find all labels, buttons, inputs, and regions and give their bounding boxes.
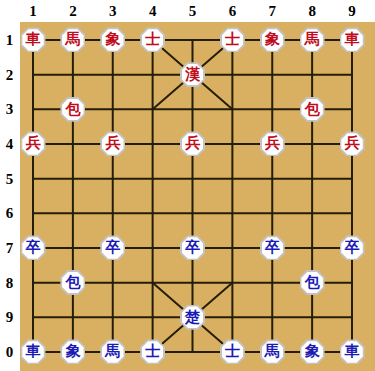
piece-cho-cannon[interactable]: 包 (300, 270, 325, 295)
piece-body: 象 (62, 341, 84, 363)
piece-cho-chariot[interactable]: 車 (340, 339, 365, 364)
piece-cho-soldier[interactable]: 卒 (340, 235, 365, 260)
piece-character: 士 (225, 32, 240, 47)
piece-character: 楚 (185, 310, 200, 325)
piece-han-soldier[interactable]: 兵 (340, 131, 365, 156)
file-label-5: 5 (189, 1, 197, 21)
file-label-1: 1 (29, 1, 37, 21)
piece-han-horse[interactable]: 馬 (60, 27, 85, 52)
piece-character: 卒 (26, 240, 41, 255)
piece-character: 兵 (265, 136, 280, 151)
piece-cho-cannon[interactable]: 包 (60, 270, 85, 295)
piece-cho-elephant[interactable]: 象 (60, 339, 85, 364)
piece-han-guard[interactable]: 士 (140, 27, 165, 52)
piece-character: 車 (345, 32, 360, 47)
file-label-9: 9 (348, 1, 356, 21)
piece-character: 象 (105, 32, 120, 47)
piece-character: 卒 (345, 240, 360, 255)
piece-cho-soldier[interactable]: 卒 (180, 235, 205, 260)
file-label-2: 2 (69, 1, 77, 21)
piece-body: 卒 (102, 237, 124, 259)
piece-body: 卒 (22, 237, 44, 259)
piece-body: 包 (62, 99, 84, 121)
piece-character: 象 (65, 344, 80, 359)
file-label-8: 8 (308, 1, 316, 21)
piece-cho-horse[interactable]: 馬 (260, 339, 285, 364)
piece-character: 士 (225, 344, 240, 359)
piece-body: 士 (222, 29, 244, 51)
piece-body: 卒 (262, 237, 284, 259)
piece-body: 車 (22, 341, 44, 363)
piece-body: 馬 (62, 29, 84, 51)
piece-body: 卒 (182, 237, 204, 259)
piece-han-cannon[interactable]: 包 (60, 97, 85, 122)
piece-character: 士 (145, 32, 160, 47)
janggi-board[interactable]: 車馬象士士象馬車漢包包兵兵兵兵兵卒卒卒卒卒包包楚車象馬士士馬象車 (20, 22, 375, 371)
piece-body: 象 (102, 29, 124, 51)
board-grid: 車馬象士士象馬車漢包包兵兵兵兵兵卒卒卒卒卒包包楚車象馬士士馬象車 (13, 23, 372, 370)
piece-body: 包 (301, 99, 323, 121)
piece-han-chariot[interactable]: 車 (21, 27, 46, 52)
piece-body: 兵 (262, 133, 284, 155)
piece-cho-horse[interactable]: 馬 (100, 339, 125, 364)
piece-character: 車 (26, 344, 41, 359)
piece-cho-guard[interactable]: 士 (220, 339, 245, 364)
piece-body: 楚 (182, 306, 204, 328)
piece-character: 馬 (305, 32, 320, 47)
janggi-screenshot: 123456789 1234567890 車馬象士士象馬車漢包包兵兵兵兵兵卒卒卒… (0, 0, 375, 371)
piece-body: 士 (142, 29, 164, 51)
piece-body: 兵 (102, 133, 124, 155)
piece-cho-general[interactable]: 楚 (180, 305, 205, 330)
piece-body: 兵 (341, 133, 363, 155)
piece-cho-guard[interactable]: 士 (140, 339, 165, 364)
piece-character: 車 (345, 344, 360, 359)
piece-han-soldier[interactable]: 兵 (21, 131, 46, 156)
piece-han-chariot[interactable]: 車 (340, 27, 365, 52)
piece-body: 漢 (182, 64, 204, 86)
piece-body: 車 (341, 341, 363, 363)
piece-character: 兵 (105, 136, 120, 151)
piece-character: 象 (305, 344, 320, 359)
piece-character: 卒 (185, 240, 200, 255)
file-label-7: 7 (269, 1, 277, 21)
piece-body: 兵 (182, 133, 204, 155)
piece-character: 馬 (65, 32, 80, 47)
piece-character: 兵 (26, 136, 41, 151)
piece-body: 象 (262, 29, 284, 51)
piece-character: 馬 (105, 344, 120, 359)
piece-character: 包 (305, 275, 320, 290)
piece-han-cannon[interactable]: 包 (300, 97, 325, 122)
piece-han-soldier[interactable]: 兵 (260, 131, 285, 156)
piece-character: 卒 (265, 240, 280, 255)
piece-body: 士 (142, 341, 164, 363)
piece-character: 士 (145, 344, 160, 359)
piece-body: 車 (22, 29, 44, 51)
piece-cho-soldier[interactable]: 卒 (100, 235, 125, 260)
piece-character: 車 (26, 32, 41, 47)
piece-han-soldier[interactable]: 兵 (180, 131, 205, 156)
piece-character: 象 (265, 32, 280, 47)
piece-han-elephant[interactable]: 象 (260, 27, 285, 52)
piece-body: 卒 (341, 237, 363, 259)
piece-han-general[interactable]: 漢 (180, 62, 205, 87)
piece-body: 包 (301, 272, 323, 294)
piece-character: 包 (305, 102, 320, 117)
piece-body: 馬 (102, 341, 124, 363)
piece-han-soldier[interactable]: 兵 (100, 131, 125, 156)
file-label-6: 6 (229, 1, 237, 21)
piece-cho-soldier[interactable]: 卒 (21, 235, 46, 260)
piece-cho-soldier[interactable]: 卒 (260, 235, 285, 260)
piece-cho-elephant[interactable]: 象 (300, 339, 325, 364)
file-label-4: 4 (149, 1, 157, 21)
piece-body: 馬 (301, 29, 323, 51)
piece-character: 兵 (345, 136, 360, 151)
piece-character: 馬 (265, 344, 280, 359)
piece-han-guard[interactable]: 士 (220, 27, 245, 52)
piece-han-elephant[interactable]: 象 (100, 27, 125, 52)
piece-body: 象 (301, 341, 323, 363)
piece-body: 馬 (262, 341, 284, 363)
piece-cho-chariot[interactable]: 車 (21, 339, 46, 364)
piece-character: 卒 (105, 240, 120, 255)
piece-body: 兵 (22, 133, 44, 155)
piece-body: 車 (341, 29, 363, 51)
piece-han-horse[interactable]: 馬 (300, 27, 325, 52)
piece-body: 士 (222, 341, 244, 363)
piece-character: 包 (65, 275, 80, 290)
piece-character: 漢 (185, 67, 200, 82)
piece-character: 包 (65, 102, 80, 117)
piece-body: 包 (62, 272, 84, 294)
file-label-3: 3 (109, 1, 117, 21)
piece-character: 兵 (185, 136, 200, 151)
